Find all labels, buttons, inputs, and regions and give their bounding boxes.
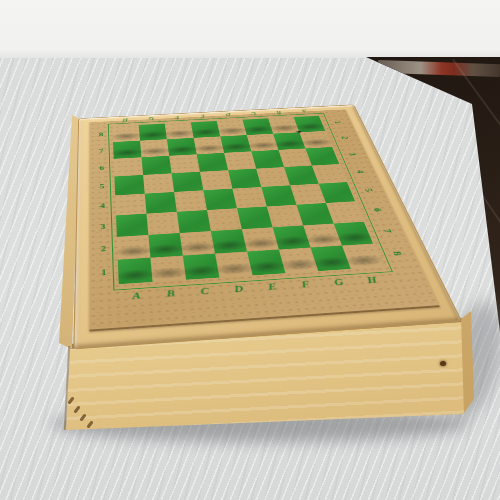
rank-label-left-5: 5 — [92, 182, 112, 190]
pieces-layer: ♜♞♝♛♚♝♞♜♟♟♟♟♟♟♟♟♟♟♟♟♟♟♟♟♜♞♝♛♚♝♞♜ — [75, 105, 461, 348]
rank-label-left-7: 7 — [92, 147, 110, 154]
chess-box-lid: 8765432112345678ABCDEFGHHGFEDCBA ♜♞♝♛♚♝♞… — [73, 105, 462, 350]
rank-label-left-6: 6 — [92, 164, 111, 172]
white-rook-icon: ♜ — [112, 229, 158, 281]
photo-scene: 8765432112345678ABCDEFGHHGFEDCBA ♜♞♝♛♚♝♞… — [0, 0, 500, 500]
piece-black-pawn-a7[interactable]: ♟ — [113, 141, 141, 159]
piece-white-rook-a1[interactable]: ♜ — [118, 258, 153, 285]
rank-label-left-8: 8 — [92, 131, 110, 138]
board-perspective-scene: 8765432112345678ABCDEFGHHGFEDCBA ♜♞♝♛♚♝♞… — [0, 0, 500, 500]
